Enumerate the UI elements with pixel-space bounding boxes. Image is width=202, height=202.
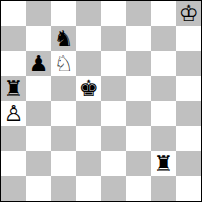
square-d3[interactable] [76, 126, 101, 151]
square-g1[interactable] [151, 176, 176, 201]
square-h3[interactable] [176, 126, 201, 151]
square-e4[interactable] [101, 101, 126, 126]
square-h4[interactable] [176, 101, 201, 126]
square-e5[interactable] [101, 76, 126, 101]
black-king-piece[interactable]: ♚ [79, 76, 99, 101]
square-g5[interactable] [151, 76, 176, 101]
black-rook-piece[interactable]: ♜ [4, 76, 24, 101]
square-a6[interactable] [1, 51, 26, 76]
square-c8[interactable] [51, 1, 76, 26]
square-g4[interactable] [151, 101, 176, 126]
square-d1[interactable] [76, 176, 101, 201]
square-a8[interactable] [1, 1, 26, 26]
square-g2[interactable]: ♜ [151, 151, 176, 176]
square-b3[interactable] [26, 126, 51, 151]
square-a2[interactable] [1, 151, 26, 176]
square-f4[interactable] [126, 101, 151, 126]
square-b8[interactable] [26, 1, 51, 26]
black-rook-piece[interactable]: ♜ [154, 151, 174, 176]
square-b1[interactable] [26, 176, 51, 201]
square-c5[interactable] [51, 76, 76, 101]
square-a1[interactable] [1, 176, 26, 201]
square-d7[interactable] [76, 26, 101, 51]
square-g7[interactable] [151, 26, 176, 51]
square-h7[interactable] [176, 26, 201, 51]
square-b5[interactable] [26, 76, 51, 101]
square-e1[interactable] [101, 176, 126, 201]
square-e2[interactable] [101, 151, 126, 176]
square-d8[interactable] [76, 1, 101, 26]
square-h8[interactable]: ♔ [176, 1, 201, 26]
square-d2[interactable] [76, 151, 101, 176]
square-h1[interactable] [176, 176, 201, 201]
square-f7[interactable] [126, 26, 151, 51]
square-b4[interactable] [26, 101, 51, 126]
square-g6[interactable] [151, 51, 176, 76]
square-e7[interactable] [101, 26, 126, 51]
square-c1[interactable] [51, 176, 76, 201]
square-c3[interactable] [51, 126, 76, 151]
square-h2[interactable] [176, 151, 201, 176]
square-e8[interactable] [101, 1, 126, 26]
square-d5[interactable]: ♚ [76, 76, 101, 101]
black-knight-piece[interactable]: ♞ [54, 26, 74, 51]
square-g3[interactable] [151, 126, 176, 151]
square-a3[interactable] [1, 126, 26, 151]
square-a4[interactable]: ♙ [1, 101, 26, 126]
square-f6[interactable] [126, 51, 151, 76]
square-d4[interactable] [76, 101, 101, 126]
white-king-piece[interactable]: ♔ [179, 1, 199, 26]
square-b6[interactable]: ♟ [26, 51, 51, 76]
square-f8[interactable] [126, 1, 151, 26]
square-e3[interactable] [101, 126, 126, 151]
square-b7[interactable] [26, 26, 51, 51]
square-e6[interactable] [101, 51, 126, 76]
square-c2[interactable] [51, 151, 76, 176]
black-pawn-piece[interactable]: ♟ [29, 51, 49, 76]
square-a5[interactable]: ♜ [1, 76, 26, 101]
square-g8[interactable] [151, 1, 176, 26]
square-a7[interactable] [1, 26, 26, 51]
square-f1[interactable] [126, 176, 151, 201]
square-c7[interactable]: ♞ [51, 26, 76, 51]
square-c4[interactable] [51, 101, 76, 126]
white-knight-piece[interactable]: ♘ [54, 51, 74, 76]
square-c6[interactable]: ♘ [51, 51, 76, 76]
square-d6[interactable] [76, 51, 101, 76]
square-h6[interactable] [176, 51, 201, 76]
chess-board: ♔♞♟♘♜♚♙♜ [0, 0, 202, 202]
square-b2[interactable] [26, 151, 51, 176]
square-f3[interactable] [126, 126, 151, 151]
square-h5[interactable] [176, 76, 201, 101]
white-pawn-piece[interactable]: ♙ [4, 101, 24, 126]
square-f5[interactable] [126, 76, 151, 101]
square-f2[interactable] [126, 151, 151, 176]
